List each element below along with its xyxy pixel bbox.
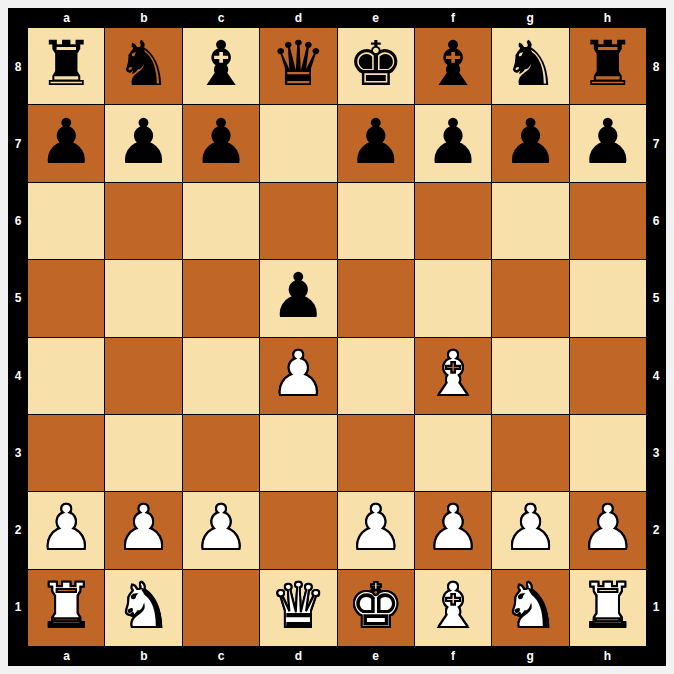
piece-white-bishop[interactable]: ♝ — [425, 575, 481, 637]
square-h6[interactable] — [570, 183, 646, 259]
square-f8[interactable]: ♝ — [415, 28, 491, 104]
piece-white-rook[interactable]: ♜ — [580, 575, 636, 637]
file-labels-bottom: abcdefgh — [28, 646, 646, 666]
square-h5[interactable] — [570, 260, 646, 336]
file-labels-top: abcdefgh — [28, 8, 646, 28]
square-h2[interactable]: ♟ — [570, 492, 646, 568]
square-a5[interactable] — [28, 260, 104, 336]
piece-black-pawn[interactable]: ♟ — [38, 111, 94, 173]
piece-black-knight[interactable]: ♞ — [503, 33, 559, 95]
file-label-b: b — [105, 646, 182, 666]
rank-label-2: 2 — [8, 492, 28, 569]
square-g8[interactable]: ♞ — [492, 28, 568, 104]
piece-black-rook[interactable]: ♜ — [580, 33, 636, 95]
square-a7[interactable]: ♟ — [28, 105, 104, 181]
square-d3[interactable] — [260, 415, 336, 491]
square-a6[interactable] — [28, 183, 104, 259]
piece-white-knight[interactable]: ♞ — [116, 575, 172, 637]
square-b8[interactable]: ♞ — [105, 28, 181, 104]
rank-label-3: 3 — [646, 414, 666, 491]
piece-black-queen[interactable]: ♛ — [271, 33, 327, 95]
square-a4[interactable] — [28, 338, 104, 414]
square-c3[interactable] — [183, 415, 259, 491]
square-a2[interactable]: ♟ — [28, 492, 104, 568]
square-h3[interactable] — [570, 415, 646, 491]
frame-corner-bottom-right — [646, 646, 666, 666]
square-f3[interactable] — [415, 415, 491, 491]
square-c5[interactable] — [183, 260, 259, 336]
piece-white-pawn[interactable]: ♟ — [425, 497, 481, 559]
file-label-f: f — [414, 646, 491, 666]
rank-label-6: 6 — [8, 183, 28, 260]
chess-board-frame: abcdefgh 87654321 ♜♞♝♛♚♝♞♜♟♟♟♟♟♟♟♟♟♝♟♟♟♟… — [8, 8, 666, 666]
piece-black-pawn[interactable]: ♟ — [116, 111, 172, 173]
piece-black-pawn[interactable]: ♟ — [425, 111, 481, 173]
piece-white-bishop[interactable]: ♝ — [425, 343, 481, 405]
piece-black-pawn[interactable]: ♟ — [503, 111, 559, 173]
rank-label-3: 3 — [8, 414, 28, 491]
file-label-d: d — [260, 646, 337, 666]
piece-black-king[interactable]: ♚ — [348, 33, 404, 95]
rank-label-4: 4 — [646, 337, 666, 414]
rank-label-8: 8 — [8, 28, 28, 105]
file-label-c: c — [183, 646, 260, 666]
square-f7[interactable]: ♟ — [415, 105, 491, 181]
square-e7[interactable]: ♟ — [338, 105, 414, 181]
file-label-c: c — [183, 8, 260, 28]
square-a1[interactable]: ♜ — [28, 570, 104, 646]
square-b7[interactable]: ♟ — [105, 105, 181, 181]
square-f2[interactable]: ♟ — [415, 492, 491, 568]
piece-black-pawn[interactable]: ♟ — [193, 111, 249, 173]
piece-black-pawn[interactable]: ♟ — [348, 111, 404, 173]
square-b2[interactable]: ♟ — [105, 492, 181, 568]
file-label-g: g — [492, 646, 569, 666]
square-d7[interactable] — [260, 105, 336, 181]
file-label-h: h — [569, 8, 646, 28]
square-e8[interactable]: ♚ — [338, 28, 414, 104]
square-d5[interactable]: ♟ — [260, 260, 336, 336]
square-g5[interactable] — [492, 260, 568, 336]
rank-label-1: 1 — [646, 569, 666, 646]
square-b4[interactable] — [105, 338, 181, 414]
square-e6[interactable] — [338, 183, 414, 259]
square-g6[interactable] — [492, 183, 568, 259]
square-b1[interactable]: ♞ — [105, 570, 181, 646]
square-g7[interactable]: ♟ — [492, 105, 568, 181]
piece-white-pawn[interactable]: ♟ — [580, 497, 636, 559]
piece-white-queen[interactable]: ♛ — [271, 575, 327, 637]
piece-black-bishop[interactable]: ♝ — [425, 33, 481, 95]
piece-black-knight[interactable]: ♞ — [116, 33, 172, 95]
piece-white-pawn[interactable]: ♟ — [271, 343, 327, 405]
frame-corner-top-right — [646, 8, 666, 28]
file-label-g: g — [492, 8, 569, 28]
square-f4[interactable]: ♝ — [415, 338, 491, 414]
square-b3[interactable] — [105, 415, 181, 491]
file-label-f: f — [414, 8, 491, 28]
square-c8[interactable]: ♝ — [183, 28, 259, 104]
piece-black-pawn[interactable]: ♟ — [580, 111, 636, 173]
frame-corner-bottom-left — [8, 646, 28, 666]
square-h7[interactable]: ♟ — [570, 105, 646, 181]
square-g1[interactable]: ♞ — [492, 570, 568, 646]
piece-black-pawn[interactable]: ♟ — [271, 265, 327, 327]
file-label-b: b — [105, 8, 182, 28]
file-label-a: a — [28, 8, 105, 28]
square-d8[interactable]: ♛ — [260, 28, 336, 104]
square-f1[interactable]: ♝ — [415, 570, 491, 646]
file-label-h: h — [569, 646, 646, 666]
file-label-a: a — [28, 646, 105, 666]
square-g2[interactable]: ♟ — [492, 492, 568, 568]
piece-black-bishop[interactable]: ♝ — [193, 33, 249, 95]
file-label-e: e — [337, 646, 414, 666]
piece-white-pawn[interactable]: ♟ — [38, 497, 94, 559]
square-d4[interactable]: ♟ — [260, 338, 336, 414]
square-d6[interactable] — [260, 183, 336, 259]
piece-white-pawn[interactable]: ♟ — [193, 497, 249, 559]
piece-white-rook[interactable]: ♜ — [38, 575, 94, 637]
piece-white-king[interactable]: ♚ — [348, 575, 404, 637]
square-c7[interactable]: ♟ — [183, 105, 259, 181]
rank-label-5: 5 — [8, 260, 28, 337]
square-f5[interactable] — [415, 260, 491, 336]
square-f6[interactable] — [415, 183, 491, 259]
rank-label-7: 7 — [646, 105, 666, 182]
square-c2[interactable]: ♟ — [183, 492, 259, 568]
square-c1[interactable] — [183, 570, 259, 646]
square-g3[interactable] — [492, 415, 568, 491]
square-e5[interactable] — [338, 260, 414, 336]
square-h1[interactable]: ♜ — [570, 570, 646, 646]
square-e1[interactable]: ♚ — [338, 570, 414, 646]
square-g4[interactable] — [492, 338, 568, 414]
square-a3[interactable] — [28, 415, 104, 491]
chess-board[interactable]: ♜♞♝♛♚♝♞♜♟♟♟♟♟♟♟♟♟♝♟♟♟♟♟♟♟♜♞♛♚♝♞♜ — [28, 28, 646, 646]
square-c6[interactable] — [183, 183, 259, 259]
piece-white-pawn[interactable]: ♟ — [503, 497, 559, 559]
frame-corner-top-left — [8, 8, 28, 28]
square-e4[interactable] — [338, 338, 414, 414]
rank-label-7: 7 — [8, 105, 28, 182]
file-label-d: d — [260, 8, 337, 28]
square-b6[interactable] — [105, 183, 181, 259]
square-a8[interactable]: ♜ — [28, 28, 104, 104]
rank-label-8: 8 — [646, 28, 666, 105]
rank-label-2: 2 — [646, 492, 666, 569]
piece-white-knight[interactable]: ♞ — [503, 575, 559, 637]
square-h8[interactable]: ♜ — [570, 28, 646, 104]
rank-label-5: 5 — [646, 260, 666, 337]
square-e2[interactable]: ♟ — [338, 492, 414, 568]
square-e3[interactable] — [338, 415, 414, 491]
square-h4[interactable] — [570, 338, 646, 414]
rank-label-6: 6 — [646, 183, 666, 260]
square-d2[interactable] — [260, 492, 336, 568]
square-b5[interactable] — [105, 260, 181, 336]
rank-label-4: 4 — [8, 337, 28, 414]
rank-labels-right: 87654321 — [646, 28, 666, 646]
piece-white-pawn[interactable]: ♟ — [348, 497, 404, 559]
rank-labels-left: 87654321 — [8, 28, 28, 646]
piece-white-pawn[interactable]: ♟ — [116, 497, 172, 559]
square-c4[interactable] — [183, 338, 259, 414]
piece-black-rook[interactable]: ♜ — [38, 33, 94, 95]
rank-label-1: 1 — [8, 569, 28, 646]
file-label-e: e — [337, 8, 414, 28]
square-d1[interactable]: ♛ — [260, 570, 336, 646]
